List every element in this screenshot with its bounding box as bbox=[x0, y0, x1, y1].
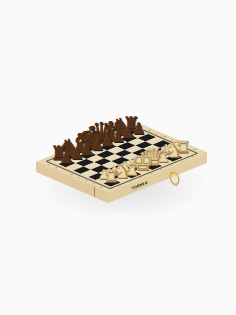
chess-piece-light-r: ♜ bbox=[100, 169, 124, 185]
chess-piece-dark-p: ♟ bbox=[55, 150, 79, 166]
pieces-layer: ♜♟♞♟♝♟♛♟♚♟♟♝♜♟♟♞♞♟♟♜♝♟♟♛♟♚♟♝♟♞♟♜ bbox=[0, 0, 236, 315]
product-photo: aa88bb77cc66dd55ee44ff33gg22hh11 ♜♟♞♟♝♟♛… bbox=[0, 0, 236, 315]
